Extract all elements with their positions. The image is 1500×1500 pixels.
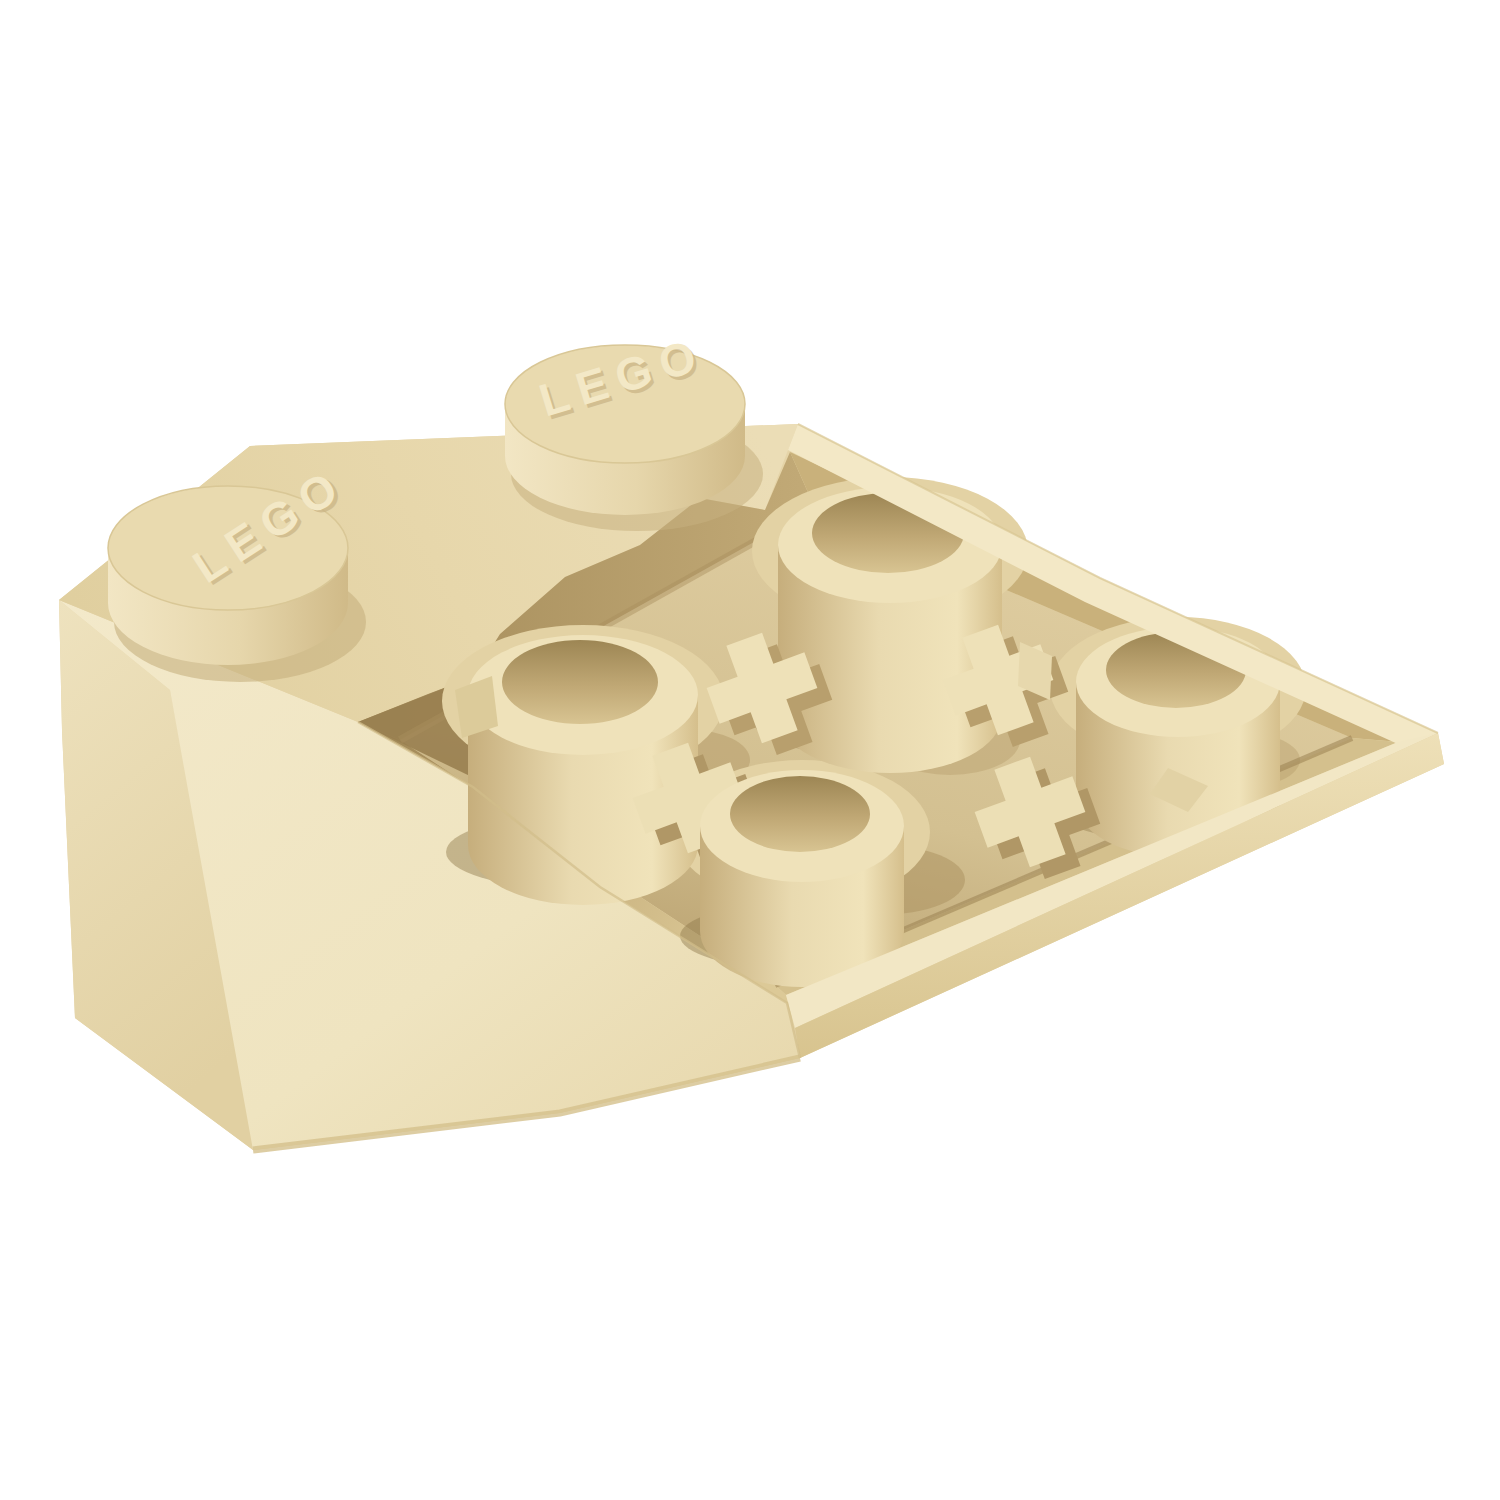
tube-hole xyxy=(502,640,658,724)
lego-brick-illustration: LEGO LEGO LEGO LEGO xyxy=(0,0,1500,1500)
product-photo: LEGO LEGO LEGO LEGO xyxy=(0,0,1500,1500)
tube-front xyxy=(700,770,904,987)
tube-hole xyxy=(730,776,870,852)
